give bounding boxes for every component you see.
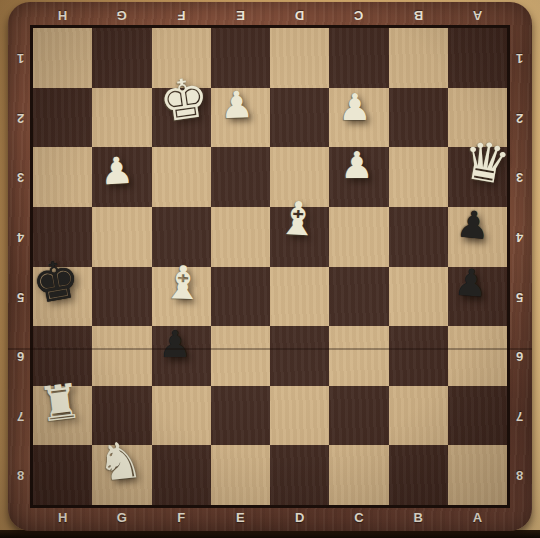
square-b8[interactable] bbox=[389, 445, 448, 505]
rank-label-left-8: 8 bbox=[11, 445, 30, 505]
file-label-bottom-e: E bbox=[211, 507, 270, 527]
square-b2[interactable] bbox=[389, 88, 448, 148]
square-b3[interactable] bbox=[389, 147, 448, 207]
rank-label-left-7: 7 bbox=[11, 386, 30, 446]
rank-label-right-6: 6 bbox=[510, 326, 529, 386]
square-b7[interactable] bbox=[389, 386, 448, 446]
rank-label-left-2: 2 bbox=[11, 88, 30, 148]
square-g2[interactable] bbox=[92, 88, 151, 148]
square-f5[interactable] bbox=[152, 267, 211, 327]
file-label-top-c: C bbox=[329, 6, 388, 25]
square-b4[interactable] bbox=[389, 207, 448, 267]
square-f4[interactable] bbox=[152, 207, 211, 267]
square-a6[interactable] bbox=[448, 326, 507, 386]
file-label-bottom-a: A bbox=[448, 507, 507, 527]
square-d3[interactable] bbox=[270, 147, 329, 207]
board-grid bbox=[33, 28, 507, 505]
square-e7[interactable] bbox=[211, 386, 270, 446]
square-b1[interactable] bbox=[389, 28, 448, 88]
rank-label-right-1: 1 bbox=[510, 28, 529, 88]
rank-labels-left: 12345678 bbox=[11, 28, 30, 505]
rank-label-left-1: 1 bbox=[11, 28, 30, 88]
square-d6[interactable] bbox=[270, 326, 329, 386]
rank-label-right-8: 8 bbox=[510, 445, 529, 505]
square-a8[interactable] bbox=[448, 445, 507, 505]
square-b6[interactable] bbox=[389, 326, 448, 386]
square-e8[interactable] bbox=[211, 445, 270, 505]
chess-board-photo: HGFEDCBA HGFEDCBA 12345678 12345678 ♞♜♟♝… bbox=[0, 0, 540, 538]
square-g1[interactable] bbox=[92, 28, 151, 88]
rank-label-right-2: 2 bbox=[510, 88, 529, 148]
file-label-bottom-h: H bbox=[33, 507, 92, 527]
square-d4[interactable] bbox=[270, 207, 329, 267]
square-h6[interactable] bbox=[33, 326, 92, 386]
file-labels-top: HGFEDCBA bbox=[33, 6, 507, 25]
square-e6[interactable] bbox=[211, 326, 270, 386]
square-g3[interactable] bbox=[92, 147, 151, 207]
square-d5[interactable] bbox=[270, 267, 329, 327]
square-c5[interactable] bbox=[329, 267, 388, 327]
square-c7[interactable] bbox=[329, 386, 388, 446]
square-f2[interactable] bbox=[152, 88, 211, 148]
square-c4[interactable] bbox=[329, 207, 388, 267]
square-f1[interactable] bbox=[152, 28, 211, 88]
file-label-top-d: D bbox=[270, 6, 329, 25]
rank-label-right-5: 5 bbox=[510, 267, 529, 327]
square-c8[interactable] bbox=[329, 445, 388, 505]
square-h5[interactable] bbox=[33, 267, 92, 327]
file-label-bottom-c: C bbox=[329, 507, 388, 527]
square-e4[interactable] bbox=[211, 207, 270, 267]
rank-label-left-4: 4 bbox=[11, 207, 30, 267]
square-a4[interactable] bbox=[448, 207, 507, 267]
square-e5[interactable] bbox=[211, 267, 270, 327]
square-g7[interactable] bbox=[92, 386, 151, 446]
file-label-top-e: E bbox=[211, 6, 270, 25]
playing-area: ♞♜♟♝♚♟♟♝♛♟♟♟♟♚ bbox=[30, 25, 510, 508]
file-label-bottom-f: F bbox=[152, 507, 211, 527]
square-c2[interactable] bbox=[329, 88, 388, 148]
file-label-bottom-g: G bbox=[92, 507, 151, 527]
square-e1[interactable] bbox=[211, 28, 270, 88]
file-label-top-h: H bbox=[33, 6, 92, 25]
square-h8[interactable] bbox=[33, 445, 92, 505]
square-g8[interactable] bbox=[92, 445, 151, 505]
square-g4[interactable] bbox=[92, 207, 151, 267]
square-e3[interactable] bbox=[211, 147, 270, 207]
file-label-bottom-b: B bbox=[389, 507, 448, 527]
rank-label-left-3: 3 bbox=[11, 147, 30, 207]
square-e2[interactable] bbox=[211, 88, 270, 148]
rank-label-right-7: 7 bbox=[510, 386, 529, 446]
table-shadow bbox=[0, 530, 540, 538]
rank-label-right-4: 4 bbox=[510, 207, 529, 267]
square-a1[interactable] bbox=[448, 28, 507, 88]
square-d8[interactable] bbox=[270, 445, 329, 505]
rank-labels-right: 12345678 bbox=[510, 28, 529, 505]
square-f6[interactable] bbox=[152, 326, 211, 386]
square-h1[interactable] bbox=[33, 28, 92, 88]
file-label-top-g: G bbox=[92, 6, 151, 25]
square-f8[interactable] bbox=[152, 445, 211, 505]
square-a3[interactable] bbox=[448, 147, 507, 207]
file-label-bottom-d: D bbox=[270, 507, 329, 527]
square-a5[interactable] bbox=[448, 267, 507, 327]
square-c1[interactable] bbox=[329, 28, 388, 88]
file-labels-bottom: HGFEDCBA bbox=[33, 507, 507, 527]
square-d2[interactable] bbox=[270, 88, 329, 148]
file-label-top-f: F bbox=[152, 6, 211, 25]
file-label-top-a: A bbox=[448, 6, 507, 25]
square-c3[interactable] bbox=[329, 147, 388, 207]
square-f3[interactable] bbox=[152, 147, 211, 207]
square-a2[interactable] bbox=[448, 88, 507, 148]
square-b5[interactable] bbox=[389, 267, 448, 327]
square-a7[interactable] bbox=[448, 386, 507, 446]
square-d1[interactable] bbox=[270, 28, 329, 88]
rank-label-left-5: 5 bbox=[11, 267, 30, 327]
square-g6[interactable] bbox=[92, 326, 151, 386]
square-c6[interactable] bbox=[329, 326, 388, 386]
square-g5[interactable] bbox=[92, 267, 151, 327]
square-h2[interactable] bbox=[33, 88, 92, 148]
rank-label-right-3: 3 bbox=[510, 147, 529, 207]
square-d7[interactable] bbox=[270, 386, 329, 446]
board-frame: HGFEDCBA HGFEDCBA 12345678 12345678 ♞♜♟♝… bbox=[8, 2, 532, 531]
square-h4[interactable] bbox=[33, 207, 92, 267]
square-h7[interactable] bbox=[33, 386, 92, 446]
square-h3[interactable] bbox=[33, 147, 92, 207]
file-label-top-b: B bbox=[389, 6, 448, 25]
square-f7[interactable] bbox=[152, 386, 211, 446]
rank-label-left-6: 6 bbox=[11, 326, 30, 386]
